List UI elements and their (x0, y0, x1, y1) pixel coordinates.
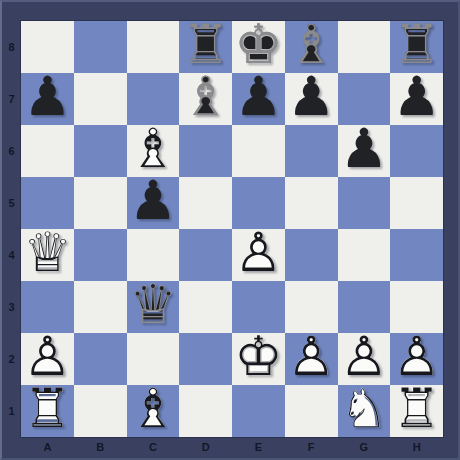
square-a1[interactable]: ♜♖ (21, 385, 74, 437)
square-a6[interactable] (21, 125, 74, 177)
square-d3[interactable] (179, 281, 232, 333)
rank-label-3: 3 (2, 281, 21, 333)
square-d2[interactable] (179, 333, 232, 385)
black-pawn[interactable]: ♟ (390, 73, 443, 125)
chess-board: ♜♖♚♔♝♗♜♖♟♝♗♟♟♟♝♗♟♟♛♕♟♙♛♕♟♙♚♔♟♙♟♙♟♙♜♖♝♗♞♘… (21, 21, 443, 437)
black-pawn[interactable]: ♟ (285, 73, 338, 125)
square-d4[interactable] (179, 229, 232, 281)
square-e4[interactable]: ♟♙ (232, 229, 285, 281)
square-f1[interactable] (285, 385, 338, 437)
file-labels: ABCDEFGH (21, 437, 443, 456)
white-pawn[interactable]: ♟♙ (285, 333, 338, 385)
square-c5[interactable]: ♟ (127, 177, 180, 229)
square-h6[interactable] (390, 125, 443, 177)
square-b6[interactable] (74, 125, 127, 177)
square-b3[interactable] (74, 281, 127, 333)
square-b5[interactable] (74, 177, 127, 229)
square-c1[interactable]: ♝♗ (127, 385, 180, 437)
file-label-g: G (338, 437, 391, 456)
white-bishop[interactable]: ♝♗ (127, 385, 180, 437)
black-pawn[interactable]: ♟ (21, 73, 74, 125)
square-d6[interactable] (179, 125, 232, 177)
file-label-f: F (285, 437, 338, 456)
square-d7[interactable]: ♝♗ (179, 73, 232, 125)
square-f2[interactable]: ♟♙ (285, 333, 338, 385)
rank-labels: 87654321 (2, 21, 21, 437)
black-queen[interactable]: ♛♕ (127, 281, 180, 333)
square-d1[interactable] (179, 385, 232, 437)
square-f4[interactable] (285, 229, 338, 281)
rank-label-2: 2 (2, 333, 21, 385)
square-h7[interactable]: ♟ (390, 73, 443, 125)
square-f5[interactable] (285, 177, 338, 229)
square-f6[interactable] (285, 125, 338, 177)
file-label-a: A (21, 437, 74, 456)
white-rook[interactable]: ♜♖ (390, 385, 443, 437)
square-d5[interactable] (179, 177, 232, 229)
black-pawn[interactable]: ♟ (232, 73, 285, 125)
square-g5[interactable] (338, 177, 391, 229)
rank-label-7: 7 (2, 73, 21, 125)
file-label-c: C (127, 437, 180, 456)
file-label-h: H (390, 437, 443, 456)
file-label-d: D (179, 437, 232, 456)
square-b2[interactable] (74, 333, 127, 385)
square-e6[interactable] (232, 125, 285, 177)
square-b1[interactable] (74, 385, 127, 437)
white-knight[interactable]: ♞♘ (338, 385, 391, 437)
white-queen[interactable]: ♛♕ (21, 229, 74, 281)
square-b8[interactable] (74, 21, 127, 73)
rank-label-4: 4 (2, 229, 21, 281)
white-rook[interactable]: ♜♖ (21, 385, 74, 437)
square-h1[interactable]: ♜♖ (390, 385, 443, 437)
black-pawn[interactable]: ♟ (338, 125, 391, 177)
square-b4[interactable] (74, 229, 127, 281)
square-a4[interactable]: ♛♕ (21, 229, 74, 281)
file-label-e: E (232, 437, 285, 456)
square-a7[interactable]: ♟ (21, 73, 74, 125)
black-bishop[interactable]: ♝♗ (179, 73, 232, 125)
rank-label-5: 5 (2, 177, 21, 229)
square-e2[interactable]: ♚♔ (232, 333, 285, 385)
black-pawn[interactable]: ♟ (127, 177, 180, 229)
square-g6[interactable]: ♟ (338, 125, 391, 177)
square-f7[interactable]: ♟ (285, 73, 338, 125)
square-g1[interactable]: ♞♘ (338, 385, 391, 437)
rank-label-8: 8 (2, 21, 21, 73)
chess-board-window: 87654321 ♜♖♚♔♝♗♜♖♟♝♗♟♟♟♝♗♟♟♛♕♟♙♛♕♟♙♚♔♟♙♟… (0, 0, 460, 460)
square-h5[interactable] (390, 177, 443, 229)
square-g4[interactable] (338, 229, 391, 281)
square-e1[interactable] (232, 385, 285, 437)
rank-label-6: 6 (2, 125, 21, 177)
white-pawn[interactable]: ♟♙ (232, 229, 285, 281)
square-c8[interactable] (127, 21, 180, 73)
square-e7[interactable]: ♟ (232, 73, 285, 125)
square-c3[interactable]: ♛♕ (127, 281, 180, 333)
square-b7[interactable] (74, 73, 127, 125)
white-king[interactable]: ♚♔ (232, 333, 285, 385)
square-g8[interactable] (338, 21, 391, 73)
rank-label-1: 1 (2, 385, 21, 437)
square-h4[interactable] (390, 229, 443, 281)
file-label-b: B (74, 437, 127, 456)
